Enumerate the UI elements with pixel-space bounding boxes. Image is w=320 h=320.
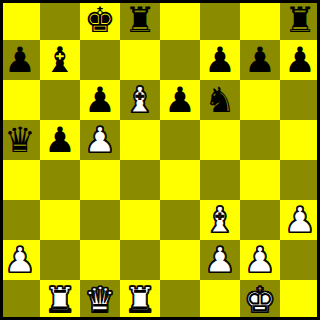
square-d2[interactable] xyxy=(120,240,160,280)
black-pawn-icon[interactable]: ♟ xyxy=(4,40,35,80)
black-knight-icon[interactable]: ♞ xyxy=(204,80,235,120)
square-h1[interactable] xyxy=(280,280,320,320)
chess-board: ♚♜♜♟♝♟♟♟♟♝♟♞♛♟♟♝♟♟♟♟♜♛♜♚ xyxy=(0,0,320,320)
square-d3[interactable] xyxy=(120,200,160,240)
black-pawn-icon[interactable]: ♟ xyxy=(284,40,315,80)
black-rook-icon[interactable]: ♜ xyxy=(124,0,155,40)
square-f3[interactable]: ♝ xyxy=(200,200,240,240)
square-g6[interactable] xyxy=(240,80,280,120)
black-pawn-icon[interactable]: ♟ xyxy=(164,80,195,120)
square-b4[interactable] xyxy=(40,160,80,200)
square-a4[interactable] xyxy=(0,160,40,200)
square-f5[interactable] xyxy=(200,120,240,160)
square-d5[interactable] xyxy=(120,120,160,160)
square-h5[interactable] xyxy=(280,120,320,160)
white-bishop-icon[interactable]: ♝ xyxy=(204,200,235,240)
square-b7[interactable]: ♝ xyxy=(40,40,80,80)
white-pawn-icon[interactable]: ♟ xyxy=(284,200,315,240)
square-a1[interactable] xyxy=(0,280,40,320)
square-c1[interactable]: ♛ xyxy=(80,280,120,320)
square-h6[interactable] xyxy=(280,80,320,120)
board-grid: ♚♜♜♟♝♟♟♟♟♝♟♞♛♟♟♝♟♟♟♟♜♛♜♚ xyxy=(0,0,320,320)
square-c6[interactable]: ♟ xyxy=(80,80,120,120)
square-a7[interactable]: ♟ xyxy=(0,40,40,80)
black-pawn-icon[interactable]: ♟ xyxy=(204,40,235,80)
square-b3[interactable] xyxy=(40,200,80,240)
square-f7[interactable]: ♟ xyxy=(200,40,240,80)
white-bishop-icon[interactable]: ♝ xyxy=(124,80,155,120)
black-pawn-icon[interactable]: ♟ xyxy=(84,80,115,120)
square-d4[interactable] xyxy=(120,160,160,200)
square-c2[interactable] xyxy=(80,240,120,280)
square-g5[interactable] xyxy=(240,120,280,160)
square-f6[interactable]: ♞ xyxy=(200,80,240,120)
square-b2[interactable] xyxy=(40,240,80,280)
square-h2[interactable] xyxy=(280,240,320,280)
square-d7[interactable] xyxy=(120,40,160,80)
square-e3[interactable] xyxy=(160,200,200,240)
white-rook-icon[interactable]: ♜ xyxy=(124,280,155,320)
black-pawn-icon[interactable]: ♟ xyxy=(44,120,75,160)
square-e2[interactable] xyxy=(160,240,200,280)
square-c4[interactable] xyxy=(80,160,120,200)
black-bishop-icon[interactable]: ♝ xyxy=(44,40,75,80)
square-b1[interactable]: ♜ xyxy=(40,280,80,320)
square-e6[interactable]: ♟ xyxy=(160,80,200,120)
white-king-icon[interactable]: ♚ xyxy=(244,280,275,320)
square-c5[interactable]: ♟ xyxy=(80,120,120,160)
white-pawn-icon[interactable]: ♟ xyxy=(4,240,35,280)
square-a6[interactable] xyxy=(0,80,40,120)
square-a5[interactable]: ♛ xyxy=(0,120,40,160)
square-e8[interactable] xyxy=(160,0,200,40)
black-rook-icon[interactable]: ♜ xyxy=(284,0,315,40)
square-g2[interactable]: ♟ xyxy=(240,240,280,280)
white-pawn-icon[interactable]: ♟ xyxy=(244,240,275,280)
square-e5[interactable] xyxy=(160,120,200,160)
square-c8[interactable]: ♚ xyxy=(80,0,120,40)
white-pawn-icon[interactable]: ♟ xyxy=(84,120,115,160)
square-h3[interactable]: ♟ xyxy=(280,200,320,240)
black-king-icon[interactable]: ♚ xyxy=(84,0,115,40)
square-e7[interactable] xyxy=(160,40,200,80)
square-f4[interactable] xyxy=(200,160,240,200)
square-d8[interactable]: ♜ xyxy=(120,0,160,40)
black-queen-icon[interactable]: ♛ xyxy=(4,120,35,160)
square-e4[interactable] xyxy=(160,160,200,200)
square-d6[interactable]: ♝ xyxy=(120,80,160,120)
square-g3[interactable] xyxy=(240,200,280,240)
square-h4[interactable] xyxy=(280,160,320,200)
square-f8[interactable] xyxy=(200,0,240,40)
square-d1[interactable]: ♜ xyxy=(120,280,160,320)
square-b8[interactable] xyxy=(40,0,80,40)
square-h7[interactable]: ♟ xyxy=(280,40,320,80)
black-pawn-icon[interactable]: ♟ xyxy=(244,40,275,80)
square-f2[interactable]: ♟ xyxy=(200,240,240,280)
square-a3[interactable] xyxy=(0,200,40,240)
square-b6[interactable] xyxy=(40,80,80,120)
square-b5[interactable]: ♟ xyxy=(40,120,80,160)
square-g4[interactable] xyxy=(240,160,280,200)
square-g1[interactable]: ♚ xyxy=(240,280,280,320)
white-pawn-icon[interactable]: ♟ xyxy=(204,240,235,280)
square-g8[interactable] xyxy=(240,0,280,40)
square-g7[interactable]: ♟ xyxy=(240,40,280,80)
white-rook-icon[interactable]: ♜ xyxy=(44,280,75,320)
square-c7[interactable] xyxy=(80,40,120,80)
square-a2[interactable]: ♟ xyxy=(0,240,40,280)
square-e1[interactable] xyxy=(160,280,200,320)
square-c3[interactable] xyxy=(80,200,120,240)
white-queen-icon[interactable]: ♛ xyxy=(84,280,115,320)
square-f1[interactable] xyxy=(200,280,240,320)
square-h8[interactable]: ♜ xyxy=(280,0,320,40)
square-a8[interactable] xyxy=(0,0,40,40)
